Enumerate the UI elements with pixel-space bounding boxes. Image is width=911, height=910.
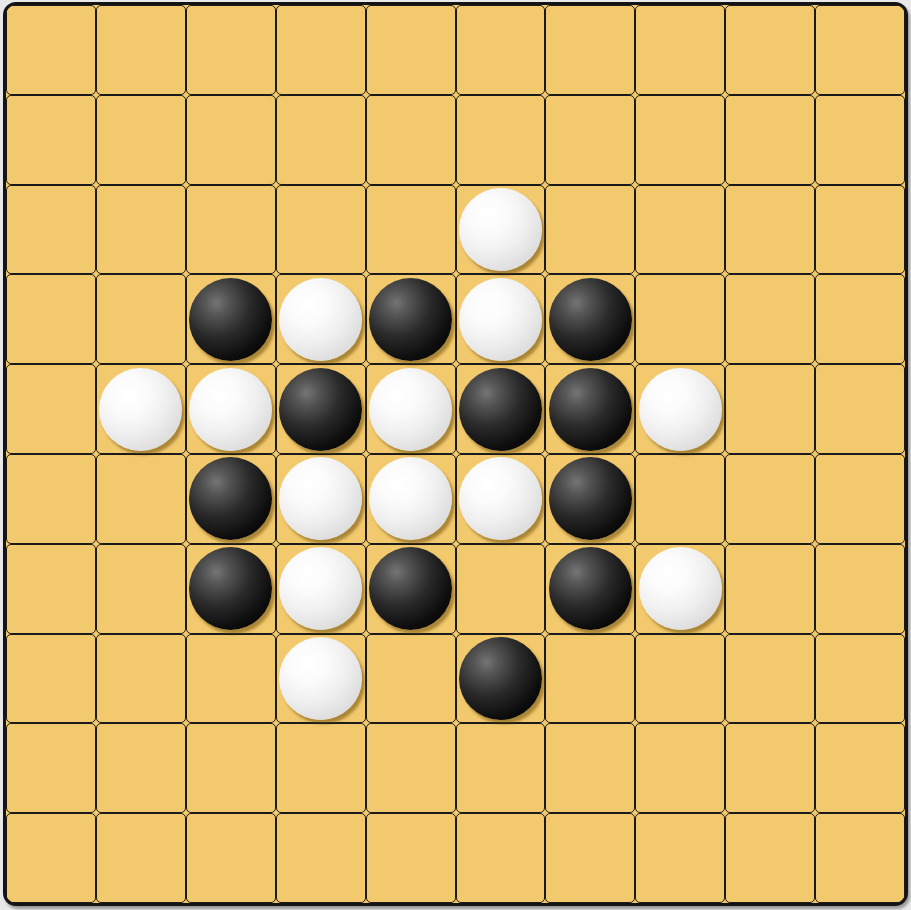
cell-r3-c7[interactable] [635,274,725,364]
white-stone [369,368,452,451]
cell-r4-c7[interactable] [635,364,725,454]
black-stone [549,457,632,540]
cell-r7-c7[interactable] [635,634,725,724]
cell-r7-c8[interactable] [725,634,815,724]
cell-r1-c2[interactable] [186,95,276,185]
cell-r6-c8[interactable] [725,544,815,634]
white-stone [369,457,452,540]
cell-r9-c6[interactable] [545,813,635,903]
cell-r2-c5[interactable] [456,185,546,275]
cell-r1-c9[interactable] [815,95,905,185]
cell-r8-c1[interactable] [96,723,186,813]
black-stone [369,278,452,361]
black-stone [549,368,632,451]
cell-r7-c4[interactable] [366,634,456,724]
cell-r6-c4[interactable] [366,544,456,634]
cell-r5-c2[interactable] [186,454,276,544]
cell-r8-c6[interactable] [545,723,635,813]
cell-r1-c1[interactable] [96,95,186,185]
cell-r0-c6[interactable] [545,5,635,95]
cell-r1-c8[interactable] [725,95,815,185]
white-stone [459,457,542,540]
cell-r9-c8[interactable] [725,813,815,903]
white-stone [639,547,722,630]
cell-r8-c9[interactable] [815,723,905,813]
white-stone [459,188,542,271]
cell-r4-c5[interactable] [456,364,546,454]
cell-r5-c5[interactable] [456,454,546,544]
cell-r8-c2[interactable] [186,723,276,813]
cell-r9-c3[interactable] [276,813,366,903]
cell-r9-c1[interactable] [96,813,186,903]
cell-r7-c1[interactable] [96,634,186,724]
cell-r3-c0[interactable] [6,274,96,364]
cell-r4-c9[interactable] [815,364,905,454]
cell-r1-c3[interactable] [276,95,366,185]
board-grid [6,5,905,903]
cell-r0-c0[interactable] [6,5,96,95]
cell-r3-c2[interactable] [186,274,276,364]
cell-r7-c0[interactable] [6,634,96,724]
cell-r9-c9[interactable] [815,813,905,903]
cell-r0-c8[interactable] [725,5,815,95]
cell-r5-c3[interactable] [276,454,366,544]
black-stone [549,278,632,361]
cell-r0-c2[interactable] [186,5,276,95]
white-stone [279,278,362,361]
white-stone [459,278,542,361]
cell-r7-c2[interactable] [186,634,276,724]
cell-r3-c8[interactable] [725,274,815,364]
cell-r6-c3[interactable] [276,544,366,634]
cell-r3-c1[interactable] [96,274,186,364]
cell-r5-c8[interactable] [725,454,815,544]
cell-r5-c1[interactable] [96,454,186,544]
cell-r2-c8[interactable] [725,185,815,275]
black-stone [459,637,542,720]
cell-r2-c7[interactable] [635,185,725,275]
cell-r3-c6[interactable] [545,274,635,364]
cell-r5-c6[interactable] [545,454,635,544]
cell-r7-c3[interactable] [276,634,366,724]
cell-r5-c7[interactable] [635,454,725,544]
cell-r8-c5[interactable] [456,723,546,813]
cell-r5-c9[interactable] [815,454,905,544]
cell-r8-c7[interactable] [635,723,725,813]
cell-r9-c7[interactable] [635,813,725,903]
cell-r3-c4[interactable] [366,274,456,364]
cell-r2-c0[interactable] [6,185,96,275]
cell-r4-c0[interactable] [6,364,96,454]
cell-r6-c1[interactable] [96,544,186,634]
cell-r6-c9[interactable] [815,544,905,634]
cell-r9-c5[interactable] [456,813,546,903]
cell-r9-c4[interactable] [366,813,456,903]
black-stone [189,547,272,630]
cell-r3-c5[interactable] [456,274,546,364]
white-stone [279,637,362,720]
cell-r8-c3[interactable] [276,723,366,813]
black-stone [549,547,632,630]
cell-r8-c8[interactable] [725,723,815,813]
white-stone [189,368,272,451]
cell-r5-c4[interactable] [366,454,456,544]
cell-r1-c5[interactable] [456,95,546,185]
cell-r4-c6[interactable] [545,364,635,454]
white-stone [279,457,362,540]
cell-r7-c6[interactable] [545,634,635,724]
cell-r1-c0[interactable] [6,95,96,185]
black-stone [189,457,272,540]
black-stone [459,368,542,451]
cell-r2-c9[interactable] [815,185,905,275]
cell-r2-c4[interactable] [366,185,456,275]
cell-r7-c9[interactable] [815,634,905,724]
cell-r6-c0[interactable] [6,544,96,634]
cell-r4-c4[interactable] [366,364,456,454]
cell-r4-c8[interactable] [725,364,815,454]
cell-r0-c1[interactable] [96,5,186,95]
gomoku-board [3,2,908,906]
cell-r0-c3[interactable] [276,5,366,95]
cell-r2-c2[interactable] [186,185,276,275]
white-stone [639,368,722,451]
cell-r6-c6[interactable] [545,544,635,634]
cell-r6-c2[interactable] [186,544,276,634]
black-stone [369,547,452,630]
cell-r8-c4[interactable] [366,723,456,813]
cell-r7-c5[interactable] [456,634,546,724]
cell-r3-c9[interactable] [815,274,905,364]
cell-r2-c6[interactable] [545,185,635,275]
cell-r6-c7[interactable] [635,544,725,634]
cell-r4-c1[interactable] [96,364,186,454]
cell-r0-c4[interactable] [366,5,456,95]
white-stone [99,368,182,451]
cell-r1-c4[interactable] [366,95,456,185]
cell-r9-c0[interactable] [6,813,96,903]
cell-r0-c9[interactable] [815,5,905,95]
cell-r5-c0[interactable] [6,454,96,544]
cell-r8-c0[interactable] [6,723,96,813]
black-stone [189,278,272,361]
cell-r4-c3[interactable] [276,364,366,454]
black-stone [279,368,362,451]
cell-r0-c7[interactable] [635,5,725,95]
cell-r1-c6[interactable] [545,95,635,185]
white-stone [279,547,362,630]
cell-r4-c2[interactable] [186,364,276,454]
cell-r2-c3[interactable] [276,185,366,275]
cell-r6-c5[interactable] [456,544,546,634]
cell-r0-c5[interactable] [456,5,546,95]
cell-r2-c1[interactable] [96,185,186,275]
cell-r9-c2[interactable] [186,813,276,903]
cell-r3-c3[interactable] [276,274,366,364]
cell-r1-c7[interactable] [635,95,725,185]
